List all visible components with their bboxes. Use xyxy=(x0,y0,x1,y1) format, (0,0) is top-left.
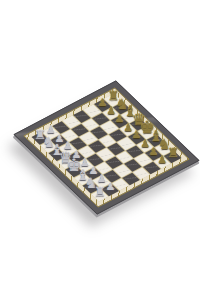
piece-black-rook-a8: ♜ xyxy=(107,89,119,102)
photo-background: ♜♞♝♛♚♝♞♜♟♟♟♟♟♟♟♟♟♟♟♟♟♟♟♟♜♞♝♛♚♝♞♜ xyxy=(0,0,200,300)
board-frame: ♜♞♝♛♚♝♞♜♟♟♟♟♟♟♟♟♟♟♟♟♟♟♟♟♜♞♝♛♚♝♞♜ xyxy=(13,80,199,214)
board-border-decoration: ♜♞♝♛♚♝♞♜♟♟♟♟♟♟♟♟♟♟♟♟♟♟♟♟♜♞♝♛♚♝♞♜ xyxy=(23,88,190,208)
chess-set: ♜♞♝♛♚♝♞♜♟♟♟♟♟♟♟♟♟♟♟♟♟♟♟♟♜♞♝♛♚♝♞♜ xyxy=(40,81,173,214)
chessboard: ♜♞♝♛♚♝♞♜♟♟♟♟♟♟♟♟♟♟♟♟♟♟♟♟♜♞♝♛♚♝♞♜ xyxy=(32,94,182,202)
